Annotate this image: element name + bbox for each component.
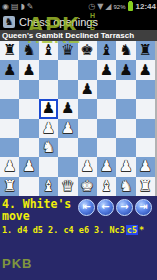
square-c5: ♟: [39, 99, 58, 118]
square-f1: ♝: [97, 177, 116, 196]
nav-next-button[interactable]: →: [116, 199, 133, 216]
notification-icon-2: ▤: [11, 0, 19, 13]
square-a8: ♜: [0, 41, 19, 60]
opening-name-subtitle: Queen's Gambit Declined Tarrasch: [0, 30, 157, 41]
black-pawn-g7: ♟: [119, 61, 132, 80]
square-f7: ♟: [97, 60, 116, 79]
square-h2: ♟: [136, 157, 155, 176]
square-e2: ♟: [78, 157, 97, 176]
square-c4: ♟: [39, 119, 58, 138]
current-move[interactable]: c5: [126, 225, 138, 235]
black-rook-h8: ♜: [139, 41, 152, 60]
white-bishop-c1: ♝: [42, 177, 55, 196]
square-a1: ♜: [0, 177, 19, 196]
square-h3: [136, 138, 155, 157]
square-e1: ♚: [78, 177, 97, 196]
clock: 12:44: [135, 2, 156, 11]
black-pawn-b7: ♟: [22, 61, 35, 80]
square-b7: ♟: [19, 60, 38, 79]
square-c1: ♝: [39, 177, 58, 196]
square-h5: [136, 99, 155, 118]
square-f2: ♟: [97, 157, 116, 176]
square-a2: ♟: [0, 157, 19, 176]
white-pawn-a2: ♟: [3, 157, 16, 176]
square-e6: ♟: [78, 80, 97, 99]
square-h1: ♜: [136, 177, 155, 196]
black-rook-a8: ♜: [3, 41, 16, 60]
white-pawn-f2: ♟: [100, 157, 113, 176]
square-h6: [136, 80, 155, 99]
black-bishop-c8: ♝: [42, 41, 55, 60]
square-a6: [0, 80, 19, 99]
square-b3: [19, 138, 38, 157]
square-d3: [58, 138, 77, 157]
square-g7: ♟: [116, 60, 135, 79]
square-h7: ♟: [136, 60, 155, 79]
wifi-icon: ▼: [97, 0, 103, 13]
white-knight-g1: ♞: [119, 177, 132, 196]
white-queen-d1: ♛: [61, 177, 74, 196]
square-e8: ♚: [78, 41, 97, 60]
square-f3: [97, 138, 116, 157]
battery-percent: 92%: [114, 4, 126, 10]
bottom-panel: 4. White's move ⇤←→⇥ 1. d4 d5 2. c4 e6 3…: [0, 196, 157, 280]
square-a4: [0, 119, 19, 138]
square-g1: ♞: [116, 177, 135, 196]
square-b4: [19, 119, 38, 138]
square-f8: ♝: [97, 41, 116, 60]
white-bishop-f1: ♝: [100, 177, 113, 196]
square-f6: [97, 80, 116, 99]
white-pawn-c4: ♟: [42, 119, 55, 138]
square-d4: ♟: [58, 119, 77, 138]
board-right-strip: [155, 41, 157, 196]
square-g2: ♟: [116, 157, 135, 176]
square-c6: [39, 80, 58, 99]
square-h8: ♜: [136, 41, 155, 60]
page-title: Chess openings: [19, 16, 98, 28]
signal-icon: ◢: [105, 0, 111, 13]
navigation-buttons: ⇤←→⇥: [78, 196, 152, 216]
white-rook-a1: ♜: [3, 177, 16, 196]
status-bar-indicators: ◷ ▼ ◢ 92% 12:44: [88, 0, 157, 13]
status-bar-notifications: ◉▤◗✎: [0, 0, 33, 13]
square-h4: [136, 119, 155, 138]
result-marker: *: [139, 225, 144, 235]
black-knight-g8: ♞: [119, 41, 132, 60]
chessboard-area: ♜♞♝♛♚♝♞♜♟♟♟♟♟♟♟♟♟♟♞♟♟♟♟♟♟♜♝♛♚♝♞♜: [0, 41, 157, 196]
chessboard: ♜♞♝♛♚♝♞♜♟♟♟♟♟♟♟♟♟♟♞♟♟♟♟♟♟♜♝♛♚♝♞♜: [0, 41, 155, 196]
move-list[interactable]: 1. d4 d5 2. c4 e6 3. Nc3c5*: [0, 222, 157, 235]
moves-played[interactable]: 1. d4 d5 2. c4 e6 3. Nc3: [2, 225, 125, 235]
alarm-icon: ◷: [88, 0, 95, 13]
square-a5: [0, 99, 19, 118]
square-c8: ♝: [39, 41, 58, 60]
square-c7: [39, 60, 58, 79]
app-screen: ◉▤◗✎ ◷ ▼ ◢ 92% 12:44 ♞ Chess openings HE…: [0, 0, 157, 280]
black-pawn-h7: ♟: [139, 61, 152, 80]
square-c2: [39, 157, 58, 176]
black-pawn-f7: ♟: [100, 61, 113, 80]
square-d1: ♛: [58, 177, 77, 196]
square-f4: [97, 119, 116, 138]
square-b5: [19, 99, 38, 118]
white-pawn-e2: ♟: [80, 157, 93, 176]
app-knight-icon: ♞: [3, 16, 15, 28]
battery-icon: [128, 2, 133, 11]
title-bar: ♞ Chess openings: [0, 13, 157, 30]
black-bishop-f8: ♝: [100, 41, 113, 60]
notification-icon-1: ◉: [2, 0, 9, 13]
black-pawn-c5: ♟: [42, 99, 55, 118]
square-d8: ♛: [58, 41, 77, 60]
black-knight-b8: ♞: [22, 41, 35, 60]
notification-icon-3: ◗: [21, 0, 25, 13]
black-king-e8: ♚: [80, 41, 93, 60]
white-pawn-h2: ♟: [139, 157, 152, 176]
square-b1: [19, 177, 38, 196]
square-f5: [97, 99, 116, 118]
nav-first-button[interactable]: ⇤: [78, 199, 95, 216]
square-e4: [78, 119, 97, 138]
square-d5: ♟: [58, 99, 77, 118]
black-pawn-d5: ♟: [61, 99, 74, 118]
square-g5: [116, 99, 135, 118]
white-pawn-g2: ♟: [119, 157, 132, 176]
pencil-icon: ✎: [27, 0, 34, 13]
status-bar: ◉▤◗✎ ◷ ▼ ◢ 92% 12:44: [0, 0, 157, 13]
white-pawn-b2: ♟: [22, 157, 35, 176]
square-b6: [19, 80, 38, 99]
white-king-e1: ♚: [80, 177, 93, 196]
square-g3: [116, 138, 135, 157]
white-pawn-d4: ♟: [61, 119, 74, 138]
square-d7: [58, 60, 77, 79]
square-g8: ♞: [116, 41, 135, 60]
square-a7: ♟: [0, 60, 19, 79]
square-b2: ♟: [19, 157, 38, 176]
black-queen-d8: ♛: [61, 41, 74, 60]
move-status-text: 4. White's move: [0, 196, 78, 222]
black-pawn-a7: ♟: [3, 61, 16, 80]
square-e5: [78, 99, 97, 118]
nav-previous-button[interactable]: ←: [97, 199, 114, 216]
white-knight-c3: ♞: [42, 138, 55, 157]
nav-last-button[interactable]: ⇥: [135, 199, 152, 216]
square-g6: [116, 80, 135, 99]
square-a3: [0, 138, 19, 157]
square-d6: [58, 80, 77, 99]
square-e3: [78, 138, 97, 157]
square-d2: [58, 157, 77, 176]
square-c3: ♞: [39, 138, 58, 157]
square-g4: [116, 119, 135, 138]
square-e7: [78, 60, 97, 79]
white-rook-h1: ♜: [139, 177, 152, 196]
black-pawn-e6: ♟: [80, 80, 93, 99]
square-b8: ♞: [19, 41, 38, 60]
